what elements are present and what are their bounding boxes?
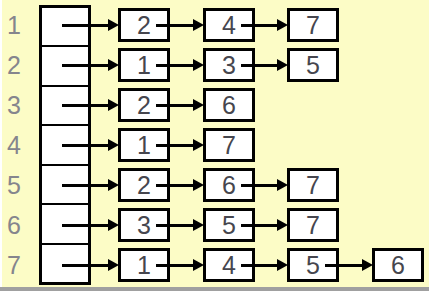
pointer-arrow-line xyxy=(156,104,196,107)
adjacency-list-diagram: 124721353264175267635771456 xyxy=(0,0,429,291)
pointer-arrow-head xyxy=(193,99,204,111)
pointer-arrow-head xyxy=(193,19,204,31)
list-node: 7 xyxy=(203,128,255,162)
pointer-arrow-line xyxy=(62,64,111,67)
pointer-arrow-head xyxy=(277,219,288,231)
pointer-arrow-line xyxy=(156,224,196,227)
pointer-arrow-head xyxy=(277,19,288,31)
pointer-arrow-line xyxy=(62,184,111,187)
pointer-arrow-head xyxy=(193,259,204,271)
pointer-arrow-line xyxy=(156,144,196,147)
pointer-arrow-line xyxy=(241,264,280,267)
pointer-arrow-line xyxy=(325,264,365,267)
pointer-arrow-line xyxy=(156,24,196,27)
pointer-arrow-head xyxy=(362,259,373,271)
pointer-arrow-line xyxy=(241,64,280,67)
pointer-arrow-line xyxy=(241,184,280,187)
row-label-7: 7 xyxy=(2,245,26,285)
array-cell-2 xyxy=(42,47,88,86)
pointer-arrow-head xyxy=(193,179,204,191)
bottom-edge-strip xyxy=(0,287,429,291)
pointer-arrow-line xyxy=(156,264,196,267)
list-node: 6 xyxy=(372,248,424,282)
pointer-arrow-line xyxy=(241,224,280,227)
pointer-arrow-head xyxy=(277,59,288,71)
pointer-arrow-line xyxy=(62,24,111,27)
row-label-5: 5 xyxy=(2,165,26,205)
list-node: 7 xyxy=(287,8,339,42)
pointer-arrow-line xyxy=(156,184,196,187)
pointer-arrow-line xyxy=(62,224,111,227)
pointer-arrow-line xyxy=(62,104,111,107)
pointer-arrow-line xyxy=(156,64,196,67)
array-cell-3 xyxy=(42,87,88,126)
row-label-6: 6 xyxy=(2,205,26,245)
pointer-arrow-head xyxy=(193,219,204,231)
pointer-arrow-line xyxy=(241,24,280,27)
row-label-3: 3 xyxy=(2,85,26,125)
pointer-arrow-head xyxy=(277,179,288,191)
row-label-4: 4 xyxy=(2,125,26,165)
row-label-2: 2 xyxy=(2,45,26,85)
list-node: 6 xyxy=(203,88,255,122)
list-node: 5 xyxy=(287,48,339,82)
list-node: 7 xyxy=(287,168,339,202)
row-label-1: 1 xyxy=(2,5,26,45)
pointer-arrow-head xyxy=(193,139,204,151)
array-cell-1 xyxy=(42,8,88,47)
pointer-arrow-line xyxy=(62,264,111,267)
pointer-arrow-head xyxy=(193,59,204,71)
list-node: 7 xyxy=(287,208,339,242)
pointer-arrow-line xyxy=(62,144,111,147)
pointer-arrow-head xyxy=(277,259,288,271)
